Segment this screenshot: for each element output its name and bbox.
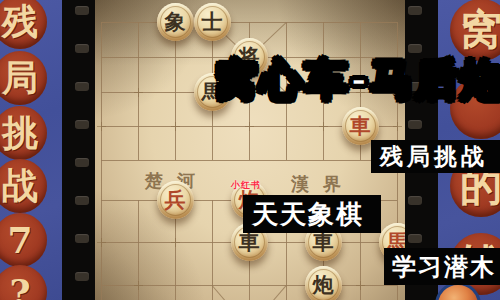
sprocket-hole <box>408 120 422 129</box>
sprocket-hole <box>75 44 89 53</box>
sprocket-hole <box>75 272 89 281</box>
label-bottom-right-text: 学习潜木 <box>392 251 496 283</box>
label-bottom-right: 学习潜木 <box>384 248 500 285</box>
label-challenge-text: 残局挑战 <box>380 141 488 172</box>
sprocket-hole <box>75 82 89 91</box>
badge-char: 7 <box>7 219 32 261</box>
piece-glyph: 車 <box>350 115 371 136</box>
piece-glyph: 炮 <box>313 274 334 295</box>
badge-char: 战 <box>2 162 38 211</box>
left-decor-panel: 残局挑战7? <box>0 0 62 300</box>
decor-badge: 残 <box>0 0 47 49</box>
sprocket-hole <box>75 6 89 15</box>
board-cell: 車 <box>342 110 379 142</box>
piece-black-cannon[interactable]: 炮 <box>305 266 342 300</box>
label-challenge: 残局挑战 <box>371 140 500 173</box>
piece-red-soldier[interactable]: 兵 <box>157 181 194 219</box>
decor-badge: 挑 <box>0 106 47 160</box>
board-grid: 象士将馬車兵炮車車馬炮 <box>95 4 405 300</box>
badge-char: ? <box>9 271 30 300</box>
board-cell: 兵 <box>157 178 194 222</box>
piece-glyph: 士 <box>202 11 223 32</box>
badge-char: 窝 <box>460 2 500 58</box>
sprocket-hole <box>75 120 89 129</box>
label-app-name-text: 天天象棋 <box>252 197 364 232</box>
board-photo: 楚河 漢界 象士将馬車兵炮車車馬炮 小红书 <box>95 0 405 300</box>
piece-glyph: 象 <box>165 11 186 32</box>
piece-black-advisor[interactable]: 士 <box>194 3 231 41</box>
decor-badge: 7 <box>0 213 47 267</box>
decor-badge: ? <box>0 265 47 300</box>
watermark-xiaohongshu: 小红书 <box>231 179 261 192</box>
sprocket-hole <box>408 6 422 15</box>
film-strip-left <box>62 0 95 300</box>
sprocket-hole <box>75 196 89 205</box>
video-thumbnail: 残局挑战7? 窝的钱 楚河 漢界 象士将馬車兵炮車車馬炮 小红书 窝心车-马后炮… <box>0 0 500 300</box>
piece-glyph: 車 <box>313 231 334 252</box>
board-cell: 士 <box>194 4 231 40</box>
sprocket-hole <box>408 196 422 205</box>
sprocket-hole <box>75 234 89 243</box>
decor-badge: 战 <box>0 159 47 213</box>
badge-char: 局 <box>2 54 38 103</box>
piece-black-elephant[interactable]: 象 <box>157 3 194 41</box>
badge-char: 挑 <box>2 109 38 158</box>
title-overlay: 窝心车-马后炮 <box>215 52 500 108</box>
sprocket-hole <box>75 158 89 167</box>
decor-badge: 局 <box>0 51 47 105</box>
label-app-name: 天天象棋 <box>243 195 381 233</box>
piece-glyph: 兵 <box>165 189 186 210</box>
sprocket-hole <box>408 234 422 243</box>
board-cell: 象 <box>157 4 194 40</box>
badge-char: 残 <box>2 0 38 47</box>
piece-glyph: 車 <box>239 231 260 252</box>
board-cell: 炮 <box>305 262 342 300</box>
